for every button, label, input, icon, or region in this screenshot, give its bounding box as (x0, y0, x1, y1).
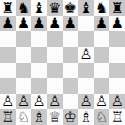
square-d1[interactable]: ♕ (47, 109, 63, 125)
square-g2[interactable]: ♙ (94, 94, 110, 110)
square-a7[interactable]: ♟ (0, 16, 16, 32)
piece-white-pawn: ♙ (1, 94, 14, 109)
square-h5[interactable] (109, 47, 125, 63)
square-a5[interactable] (0, 47, 16, 63)
square-f3[interactable] (78, 78, 94, 94)
square-a2[interactable]: ♙ (0, 94, 16, 110)
square-h6[interactable] (109, 31, 125, 47)
square-e8[interactable]: ♚ (63, 0, 79, 16)
square-f2[interactable]: ♙ (78, 94, 94, 110)
piece-black-bishop: ♝ (79, 0, 92, 15)
square-c1[interactable]: ♗ (31, 109, 47, 125)
square-e1[interactable]: ♔ (63, 109, 79, 125)
square-e5[interactable] (63, 47, 79, 63)
piece-black-pawn: ♟ (111, 16, 124, 31)
square-f8[interactable]: ♝ (78, 0, 94, 16)
square-g3[interactable] (94, 78, 110, 94)
square-h3[interactable] (109, 78, 125, 94)
square-d5[interactable] (47, 47, 63, 63)
square-b8[interactable]: ♞ (16, 0, 32, 16)
piece-white-rook: ♖ (111, 109, 124, 124)
square-g4[interactable] (94, 63, 110, 79)
piece-white-pawn: ♙ (48, 94, 61, 109)
square-c4[interactable] (31, 63, 47, 79)
piece-white-knight: ♘ (95, 109, 108, 124)
square-h7[interactable]: ♟ (109, 16, 125, 32)
piece-black-rook: ♜ (1, 0, 14, 15)
square-h1[interactable]: ♖ (109, 109, 125, 125)
piece-black-king: ♚ (64, 0, 77, 15)
piece-black-pawn: ♟ (1, 16, 14, 31)
square-h2[interactable]: ♙ (109, 94, 125, 110)
square-g1[interactable]: ♘ (94, 109, 110, 125)
square-b3[interactable] (16, 78, 32, 94)
square-a4[interactable] (0, 63, 16, 79)
square-b5[interactable] (16, 47, 32, 63)
piece-white-bishop: ♗ (33, 109, 46, 124)
square-a3[interactable] (0, 78, 16, 94)
piece-black-pawn: ♟ (95, 16, 108, 31)
piece-white-bishop: ♗ (79, 109, 92, 124)
square-c8[interactable]: ♝ (31, 0, 47, 16)
square-f6[interactable] (78, 31, 94, 47)
square-c2[interactable]: ♙ (31, 94, 47, 110)
square-f5[interactable]: ♙ (78, 47, 94, 63)
piece-black-queen: ♛ (48, 0, 61, 15)
square-h4[interactable] (109, 63, 125, 79)
piece-black-pawn: ♟ (48, 16, 61, 31)
square-f4[interactable] (78, 63, 94, 79)
square-d4[interactable] (47, 63, 63, 79)
square-g5[interactable] (94, 47, 110, 63)
piece-white-pawn: ♙ (95, 94, 108, 109)
piece-black-pawn: ♟ (17, 16, 30, 31)
square-d8[interactable]: ♛ (47, 0, 63, 16)
square-b7[interactable]: ♟ (16, 16, 32, 32)
square-a1[interactable]: ♖ (0, 109, 16, 125)
square-e3[interactable] (63, 78, 79, 94)
square-c6[interactable] (31, 31, 47, 47)
square-g7[interactable]: ♟ (94, 16, 110, 32)
square-e6[interactable] (63, 31, 79, 47)
piece-white-knight: ♘ (17, 109, 30, 124)
square-d7[interactable]: ♟ (47, 16, 63, 32)
square-b6[interactable] (16, 31, 32, 47)
chess-board: ♜♞♝♛♚♝♞♜♟♟♟♟♟♟♟♙♙♙♙♙♙♙♙♖♘♗♕♔♗♘♖ (0, 0, 125, 125)
square-g8[interactable]: ♞ (94, 0, 110, 16)
square-e7[interactable]: ♟ (63, 16, 79, 32)
square-g6[interactable] (94, 31, 110, 47)
piece-black-pawn: ♟ (64, 16, 77, 31)
piece-white-king: ♔ (64, 109, 77, 124)
square-f7[interactable] (78, 16, 94, 32)
piece-black-pawn: ♟ (33, 16, 46, 31)
piece-black-knight: ♞ (17, 0, 30, 15)
square-c7[interactable]: ♟ (31, 16, 47, 32)
square-e4[interactable] (63, 63, 79, 79)
square-c5[interactable] (31, 47, 47, 63)
square-a8[interactable]: ♜ (0, 0, 16, 16)
piece-white-rook: ♖ (1, 109, 14, 124)
square-b4[interactable] (16, 63, 32, 79)
piece-black-knight: ♞ (95, 0, 108, 15)
piece-white-queen: ♕ (48, 109, 61, 124)
square-d2[interactable]: ♙ (47, 94, 63, 110)
square-b1[interactable]: ♘ (16, 109, 32, 125)
square-h8[interactable]: ♜ (109, 0, 125, 16)
piece-white-pawn: ♙ (17, 94, 30, 109)
square-e2[interactable] (63, 94, 79, 110)
piece-black-rook: ♜ (111, 0, 124, 15)
square-d3[interactable] (47, 78, 63, 94)
square-a6[interactable] (0, 31, 16, 47)
piece-white-pawn: ♙ (79, 94, 92, 109)
piece-white-pawn: ♙ (111, 94, 124, 109)
piece-white-pawn: ♙ (79, 47, 92, 62)
square-f1[interactable]: ♗ (78, 109, 94, 125)
square-d6[interactable] (47, 31, 63, 47)
square-b2[interactable]: ♙ (16, 94, 32, 110)
piece-black-bishop: ♝ (33, 0, 46, 15)
square-c3[interactable] (31, 78, 47, 94)
piece-white-pawn: ♙ (33, 94, 46, 109)
